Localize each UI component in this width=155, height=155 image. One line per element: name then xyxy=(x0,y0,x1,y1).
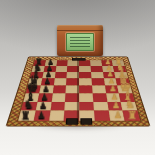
square-f1: ♝ xyxy=(119,93,135,101)
hinge-back xyxy=(72,57,86,60)
square-d3 xyxy=(91,79,104,86)
piece-black-rook-h8: ♜ xyxy=(18,109,33,120)
square-c3 xyxy=(91,72,104,79)
square-e4 xyxy=(79,86,92,94)
square-f7: ♟ xyxy=(37,93,52,101)
square-g4 xyxy=(79,102,94,111)
square-h6 xyxy=(49,111,65,121)
square-g6 xyxy=(50,102,65,111)
board-scene: ♜♟♟♜♞♟♟♞♝♟♟♝♛♟♟♛♚♟♟♚♝♟♟♝♞♟♟♞♜♟♟♜ xyxy=(19,26,137,144)
square-d6 xyxy=(53,79,66,86)
square-h7: ♟ xyxy=(33,111,50,121)
square-c6 xyxy=(54,72,67,79)
square-g2: ♟ xyxy=(107,102,123,111)
square-d1: ♛ xyxy=(116,79,130,86)
board-fold-line xyxy=(77,58,79,124)
piece-white-rook-h1: ♜ xyxy=(125,109,140,120)
piece-white-pawn-g2: ♟ xyxy=(108,102,123,111)
piece-black-pawn-d7: ♟ xyxy=(41,78,54,86)
photo-background: ♜♟♟♜♞♟♟♞♝♟♟♝♛♟♟♛♚♟♟♚♝♟♟♝♞♟♟♞♜♟♟♜ xyxy=(0,0,155,155)
square-e7: ♟ xyxy=(39,86,53,94)
piece-white-rook-a1: ♜ xyxy=(113,57,124,66)
piece-black-pawn-h7: ♟ xyxy=(33,111,48,121)
piece-black-pawn-a7: ♟ xyxy=(45,59,56,66)
piece-black-rook-a8: ♜ xyxy=(33,57,44,66)
square-g3 xyxy=(93,102,108,111)
piece-black-pawn-b7: ♟ xyxy=(43,65,55,72)
piece-black-pawn-g7: ♟ xyxy=(35,102,50,111)
piece-white-bishop-f1: ♝ xyxy=(121,90,135,101)
square-e3 xyxy=(92,86,106,94)
square-g1: ♞ xyxy=(121,102,138,111)
piece-white-knight-g1: ♞ xyxy=(123,99,138,110)
square-d7: ♟ xyxy=(41,79,55,86)
piece-black-bishop-f8: ♝ xyxy=(23,90,37,101)
square-e1: ♚ xyxy=(117,86,132,94)
square-h3 xyxy=(94,111,110,121)
square-e5 xyxy=(66,86,79,94)
square-c8: ♝ xyxy=(30,72,44,79)
square-c1: ♝ xyxy=(114,72,128,79)
hinge-front-left xyxy=(66,118,78,124)
piece-black-knight-g8: ♞ xyxy=(21,99,36,110)
square-f6 xyxy=(51,93,65,101)
square-e6 xyxy=(52,86,66,94)
square-g7: ♟ xyxy=(35,102,51,111)
square-c4 xyxy=(79,72,91,79)
chess-board: ♜♟♟♜♞♟♟♞♝♟♟♝♛♟♟♛♚♟♟♚♝♟♟♝♞♟♟♞♜♟♟♜ xyxy=(6,56,151,126)
board-field: ♜♟♟♜♞♟♟♞♝♟♟♝♛♟♟♛♚♟♟♚♝♟♟♝♞♟♟♞♜♟♟♜ xyxy=(18,60,140,120)
square-f4 xyxy=(79,93,93,101)
square-c7: ♟ xyxy=(42,72,55,79)
piece-black-pawn-e7: ♟ xyxy=(39,85,52,93)
square-f3 xyxy=(92,93,107,101)
piece-white-pawn-f2: ♟ xyxy=(107,93,121,102)
hinge-front-right xyxy=(80,118,92,124)
square-d4 xyxy=(79,79,92,86)
square-h1: ♜ xyxy=(123,111,140,121)
piece-black-pawn-f7: ♟ xyxy=(37,93,51,102)
piece-black-pawn-c7: ♟ xyxy=(42,71,54,79)
